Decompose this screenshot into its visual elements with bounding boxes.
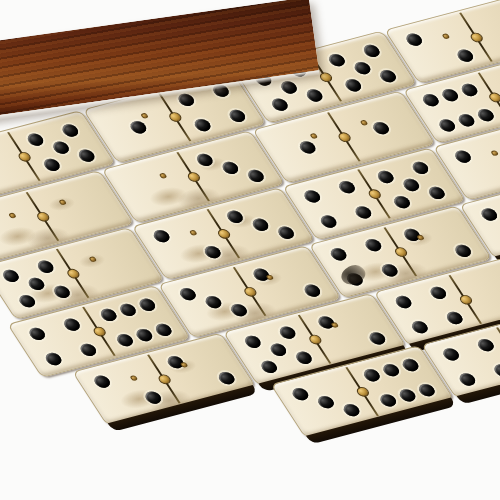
pip	[318, 214, 339, 229]
brass-pin-dot	[159, 172, 168, 179]
pip	[352, 60, 373, 75]
pip	[304, 88, 325, 103]
brass-pin-dot	[129, 375, 138, 382]
pip	[41, 158, 62, 173]
pip	[437, 117, 458, 132]
pip	[52, 284, 73, 299]
pip	[393, 294, 414, 309]
pip	[17, 294, 38, 309]
pip	[326, 52, 347, 67]
pip	[60, 122, 81, 137]
pip	[289, 386, 310, 401]
pip	[268, 342, 289, 357]
pip	[0, 268, 21, 283]
pip	[134, 327, 155, 342]
pip	[227, 108, 248, 123]
pip	[475, 107, 496, 122]
brass-pin-dot	[309, 132, 318, 139]
pip	[409, 320, 430, 335]
pip	[391, 195, 412, 210]
pip	[371, 120, 392, 135]
pip	[363, 237, 384, 252]
photo-canvas	[0, 0, 500, 500]
pip	[403, 32, 424, 47]
brass-pin-dot	[189, 229, 198, 236]
pip	[375, 169, 396, 184]
pip	[337, 179, 358, 194]
pip	[452, 149, 473, 164]
pip	[43, 352, 64, 367]
pip	[25, 132, 46, 147]
pip	[269, 97, 290, 112]
pip	[401, 177, 422, 192]
brass-pin-dot	[490, 150, 499, 157]
pip	[259, 360, 280, 375]
pip	[192, 118, 213, 133]
pip	[250, 217, 271, 232]
pip	[361, 43, 382, 58]
brass-pin-dot	[441, 33, 450, 40]
pip	[194, 152, 215, 167]
pip	[455, 48, 476, 63]
pip	[229, 303, 250, 318]
pip	[276, 225, 297, 240]
pip	[246, 168, 267, 183]
pip	[315, 394, 336, 409]
pip	[143, 390, 164, 405]
pip	[440, 346, 461, 361]
pip	[61, 317, 82, 332]
pip	[427, 186, 448, 201]
pip	[153, 322, 174, 337]
pip	[380, 263, 401, 278]
brass-pin-dot	[58, 199, 67, 206]
pip	[478, 207, 499, 222]
pip	[26, 326, 47, 341]
pip	[203, 294, 224, 309]
pip	[367, 331, 388, 346]
pip	[400, 358, 421, 373]
pip	[362, 368, 383, 383]
pip	[492, 363, 500, 378]
pip	[77, 148, 98, 163]
brass-pin-dot	[8, 212, 17, 219]
pip	[341, 403, 362, 418]
pip	[277, 325, 298, 340]
pip	[78, 342, 99, 357]
pip	[26, 276, 47, 291]
pip	[177, 286, 198, 301]
pip	[457, 372, 478, 387]
pip	[440, 88, 461, 103]
pip	[35, 259, 56, 274]
pip	[445, 311, 466, 326]
pip	[378, 392, 399, 407]
brass-pin-dot	[359, 119, 368, 126]
pip	[453, 243, 474, 258]
pip	[51, 140, 72, 155]
pip	[151, 228, 172, 243]
pip	[98, 307, 119, 322]
pip	[224, 209, 245, 224]
pip	[416, 382, 437, 397]
brass-pin-dot	[140, 112, 149, 119]
pip	[203, 245, 224, 260]
pip	[91, 374, 112, 389]
pip	[428, 285, 449, 300]
pip	[301, 188, 322, 203]
pip	[302, 283, 323, 298]
pip	[343, 78, 364, 93]
pip	[294, 350, 315, 365]
pip	[297, 140, 318, 155]
pip	[410, 160, 431, 175]
pip	[397, 387, 418, 402]
pip	[378, 69, 399, 84]
pip	[381, 363, 402, 378]
pip	[353, 205, 374, 220]
pip	[459, 83, 480, 98]
pip	[128, 120, 149, 135]
pip	[456, 112, 477, 127]
pip	[217, 371, 238, 386]
pip	[115, 332, 136, 347]
pip	[220, 160, 241, 175]
pip	[242, 334, 263, 349]
pip	[118, 302, 139, 317]
pip	[279, 80, 300, 95]
pip	[421, 93, 442, 108]
pip	[475, 337, 496, 352]
brass-pin-dot	[88, 256, 97, 263]
pip	[137, 297, 158, 312]
pip	[328, 246, 349, 261]
